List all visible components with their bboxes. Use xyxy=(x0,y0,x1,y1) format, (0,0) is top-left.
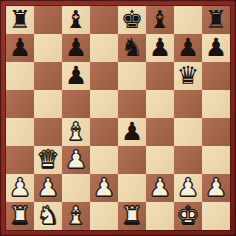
piece-white-bishop[interactable]: ♝ xyxy=(65,118,87,146)
square-a3[interactable] xyxy=(6,146,34,174)
square-e7[interactable]: ♞ xyxy=(118,34,146,62)
square-h3[interactable] xyxy=(202,146,230,174)
square-c5[interactable] xyxy=(62,90,90,118)
piece-white-bishop[interactable]: ♝ xyxy=(65,202,87,230)
piece-black-pawn[interactable]: ♟ xyxy=(65,62,87,90)
square-a7[interactable]: ♟ xyxy=(6,34,34,62)
square-c4[interactable]: ♝ xyxy=(62,118,90,146)
square-a2[interactable]: ♟ xyxy=(6,174,34,202)
square-f2[interactable]: ♟ xyxy=(146,174,174,202)
square-b1[interactable]: ♞ xyxy=(34,202,62,230)
square-h6[interactable] xyxy=(202,62,230,90)
square-a8[interactable]: ♜ xyxy=(6,6,34,34)
square-d4[interactable] xyxy=(90,118,118,146)
square-c3[interactable]: ♟ xyxy=(62,146,90,174)
square-e5[interactable] xyxy=(118,90,146,118)
square-c8[interactable]: ♝ xyxy=(62,6,90,34)
square-e8[interactable]: ♚ xyxy=(118,6,146,34)
square-e2[interactable] xyxy=(118,174,146,202)
piece-black-bishop[interactable]: ♝ xyxy=(65,6,87,34)
piece-black-queen[interactable]: ♛ xyxy=(177,62,199,90)
square-e6[interactable] xyxy=(118,62,146,90)
square-b7[interactable] xyxy=(34,34,62,62)
square-c1[interactable]: ♝ xyxy=(62,202,90,230)
piece-white-knight[interactable]: ♞ xyxy=(37,202,59,230)
piece-white-king[interactable]: ♚ xyxy=(177,202,199,230)
square-g2[interactable]: ♟ xyxy=(174,174,202,202)
square-e1[interactable]: ♜ xyxy=(118,202,146,230)
piece-white-pawn[interactable]: ♟ xyxy=(93,174,115,202)
piece-white-pawn[interactable]: ♟ xyxy=(9,174,31,202)
square-b3[interactable]: ♛ xyxy=(34,146,62,174)
square-c7[interactable]: ♟ xyxy=(62,34,90,62)
square-h8[interactable]: ♜ xyxy=(202,6,230,34)
chess-board: ♜♝♚♝♜♟♟♞♟♟♟♟♛♝♟♛♟♟♟♟♟♟♟♜♞♝♜♚ xyxy=(6,6,230,230)
square-f1[interactable] xyxy=(146,202,174,230)
square-h5[interactable] xyxy=(202,90,230,118)
square-c2[interactable] xyxy=(62,174,90,202)
square-h2[interactable]: ♟ xyxy=(202,174,230,202)
piece-black-pawn[interactable]: ♟ xyxy=(177,34,199,62)
square-a4[interactable] xyxy=(6,118,34,146)
piece-white-rook[interactable]: ♜ xyxy=(121,202,143,230)
square-d1[interactable] xyxy=(90,202,118,230)
piece-black-knight[interactable]: ♞ xyxy=(121,34,143,62)
piece-black-pawn[interactable]: ♟ xyxy=(205,34,227,62)
piece-black-pawn[interactable]: ♟ xyxy=(9,34,31,62)
square-a5[interactable] xyxy=(6,90,34,118)
square-d5[interactable] xyxy=(90,90,118,118)
piece-black-pawn[interactable]: ♟ xyxy=(121,118,143,146)
piece-white-pawn[interactable]: ♟ xyxy=(37,174,59,202)
square-e4[interactable]: ♟ xyxy=(118,118,146,146)
square-f4[interactable] xyxy=(146,118,174,146)
piece-black-bishop[interactable]: ♝ xyxy=(149,6,171,34)
square-d2[interactable]: ♟ xyxy=(90,174,118,202)
square-h7[interactable]: ♟ xyxy=(202,34,230,62)
square-b2[interactable]: ♟ xyxy=(34,174,62,202)
square-d8[interactable] xyxy=(90,6,118,34)
square-c6[interactable]: ♟ xyxy=(62,62,90,90)
board-frame: ♜♝♚♝♜♟♟♞♟♟♟♟♛♝♟♛♟♟♟♟♟♟♟♜♞♝♜♚ xyxy=(0,0,236,236)
piece-black-pawn[interactable]: ♟ xyxy=(65,34,87,62)
square-b5[interactable] xyxy=(34,90,62,118)
square-e3[interactable] xyxy=(118,146,146,174)
piece-white-pawn[interactable]: ♟ xyxy=(205,174,227,202)
square-h1[interactable] xyxy=(202,202,230,230)
square-g6[interactable]: ♛ xyxy=(174,62,202,90)
piece-black-king[interactable]: ♚ xyxy=(121,6,143,34)
square-d3[interactable] xyxy=(90,146,118,174)
piece-black-rook[interactable]: ♜ xyxy=(205,6,227,34)
square-f3[interactable] xyxy=(146,146,174,174)
square-f8[interactable]: ♝ xyxy=(146,6,174,34)
square-g1[interactable]: ♚ xyxy=(174,202,202,230)
piece-black-rook[interactable]: ♜ xyxy=(9,6,31,34)
square-h4[interactable] xyxy=(202,118,230,146)
piece-white-queen[interactable]: ♛ xyxy=(37,146,59,174)
square-a6[interactable] xyxy=(6,62,34,90)
square-d6[interactable] xyxy=(90,62,118,90)
square-a1[interactable]: ♜ xyxy=(6,202,34,230)
square-g8[interactable] xyxy=(174,6,202,34)
piece-white-pawn[interactable]: ♟ xyxy=(149,174,171,202)
square-g5[interactable] xyxy=(174,90,202,118)
piece-white-pawn[interactable]: ♟ xyxy=(65,146,87,174)
square-f7[interactable]: ♟ xyxy=(146,34,174,62)
square-b4[interactable] xyxy=(34,118,62,146)
square-f6[interactable] xyxy=(146,62,174,90)
square-b6[interactable] xyxy=(34,62,62,90)
piece-white-rook[interactable]: ♜ xyxy=(9,202,31,230)
square-g7[interactable]: ♟ xyxy=(174,34,202,62)
square-d7[interactable] xyxy=(90,34,118,62)
square-f5[interactable] xyxy=(146,90,174,118)
square-b8[interactable] xyxy=(34,6,62,34)
square-g3[interactable] xyxy=(174,146,202,174)
square-g4[interactable] xyxy=(174,118,202,146)
piece-black-pawn[interactable]: ♟ xyxy=(149,34,171,62)
piece-white-pawn[interactable]: ♟ xyxy=(177,174,199,202)
